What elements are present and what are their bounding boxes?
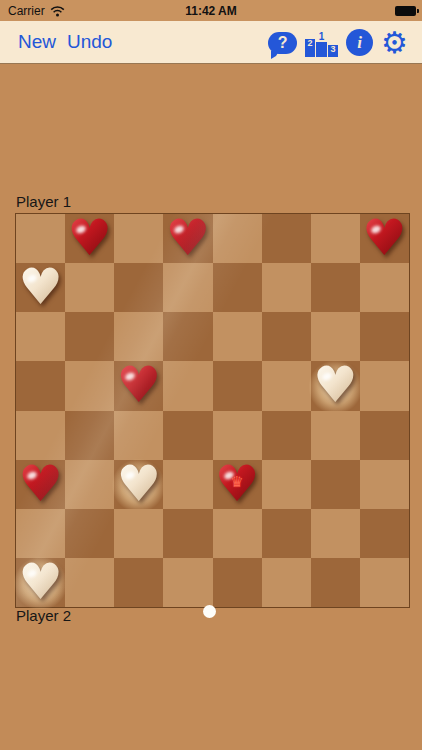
board-cell[interactable] [262,361,311,410]
red-heart-piece[interactable]: ♥ [360,214,409,263]
board-cell[interactable] [262,558,311,607]
board-cell[interactable] [213,263,262,312]
podium-first: 1 [316,31,327,57]
podium-third: 3 [328,45,338,57]
board-cell[interactable] [163,312,212,361]
heart-glyph: ♥ [18,460,63,509]
board-cell[interactable] [16,312,65,361]
board-cell[interactable] [213,361,262,410]
board-cell[interactable] [360,312,409,361]
red-heart-piece-king[interactable]: ♥♛ [213,460,262,509]
board-cell[interactable] [311,263,360,312]
status-bar: Carrier 11:42 AM [0,0,422,21]
board-cell[interactable] [360,263,409,312]
podium-second: 2 [305,39,315,57]
clock: 11:42 AM [0,4,422,18]
board-cell[interactable]: ♥ [16,558,65,607]
board-cell[interactable] [163,411,212,460]
red-heart-piece[interactable]: ♥ [114,361,163,410]
board-cell[interactable] [262,214,311,263]
board-cell[interactable] [311,558,360,607]
heart-glyph: ♥ [215,460,260,509]
board-cell[interactable]: ♥♛ [213,460,262,509]
heart-glyph: ♥ [313,361,358,410]
board-cell[interactable] [65,312,114,361]
board-cell[interactable] [360,460,409,509]
board-cell[interactable]: ♥ [65,214,114,263]
board-cell[interactable] [311,460,360,509]
help-icon[interactable]: ? [268,32,297,54]
settings-gear-icon[interactable]: ⚙ [381,28,408,58]
board-cell[interactable]: ♥ [16,263,65,312]
board-cell[interactable] [16,509,65,558]
board-cell[interactable] [114,411,163,460]
board-cell[interactable] [311,509,360,558]
heart-glyph: ♥ [67,214,112,263]
red-heart-piece[interactable]: ♥ [163,214,212,263]
board-cell[interactable] [16,411,65,460]
nav-bar: New Undo ? 2 1 3 i ⚙ [0,21,422,64]
board-cell[interactable] [65,411,114,460]
board-cell[interactable]: ♥ [163,214,212,263]
white-heart-piece[interactable]: ♥ [16,263,65,312]
board-cell[interactable] [262,411,311,460]
board-cell[interactable] [311,312,360,361]
board-cell[interactable] [114,263,163,312]
heart-glyph: ♥ [18,263,63,312]
board-cell[interactable] [262,509,311,558]
info-icon[interactable]: i [346,29,373,56]
board-cell[interactable]: ♥ [360,214,409,263]
white-heart-piece[interactable]: ♥ [114,460,163,509]
board-cell[interactable] [163,509,212,558]
page-indicator-dot[interactable] [203,605,216,618]
new-game-button[interactable]: New [18,31,56,53]
board-cell[interactable] [163,361,212,410]
board-cell[interactable]: ♥ [311,361,360,410]
board-cell[interactable] [16,214,65,263]
white-heart-piece[interactable]: ♥ [311,361,360,410]
board-cell[interactable] [163,263,212,312]
app-screen: Carrier 11:42 AM New Undo ? 2 1 [0,0,422,750]
board-cell[interactable]: ♥ [114,460,163,509]
battery-icon [395,6,416,16]
leaderboard-icon[interactable]: 2 1 3 [305,29,338,57]
checkers-board: ♥♥♥♥♥♥♥♥♥♛♥ [15,213,410,608]
board-cell[interactable] [311,214,360,263]
red-heart-piece[interactable]: ♥ [65,214,114,263]
heart-glyph: ♥ [362,214,407,263]
heart-glyph: ♥ [116,460,161,509]
board-cell[interactable] [65,361,114,410]
white-heart-piece[interactable]: ♥ [16,558,65,607]
board-cell[interactable] [213,312,262,361]
red-heart-piece[interactable]: ♥ [16,460,65,509]
board-cell[interactable] [311,411,360,460]
board-cell[interactable] [213,558,262,607]
board-cell[interactable]: ♥ [16,460,65,509]
board-cell[interactable] [65,263,114,312]
board-cell[interactable] [114,214,163,263]
board-cell[interactable] [262,263,311,312]
board-cell[interactable] [114,558,163,607]
board-cell[interactable] [213,509,262,558]
board-cell[interactable] [360,509,409,558]
heart-glyph: ♥ [116,361,161,410]
board-cell[interactable] [16,361,65,410]
board-cell[interactable]: ♥ [114,361,163,410]
board-cell[interactable] [163,460,212,509]
board-cell[interactable] [114,312,163,361]
board-cell[interactable] [262,312,311,361]
heart-glyph: ♥ [18,558,63,607]
board-cell[interactable] [360,558,409,607]
undo-button[interactable]: Undo [67,31,112,53]
board-cell[interactable] [65,460,114,509]
player1-label: Player 1 [16,193,71,210]
board-cell[interactable] [360,361,409,410]
board-cell[interactable] [213,214,262,263]
board-cell[interactable] [65,509,114,558]
board-cell[interactable] [213,411,262,460]
board-cell[interactable] [114,509,163,558]
board-cell[interactable] [163,558,212,607]
board-cell[interactable] [360,411,409,460]
board-cell[interactable] [65,558,114,607]
heart-glyph: ♥ [166,214,211,263]
board-cell[interactable] [262,460,311,509]
